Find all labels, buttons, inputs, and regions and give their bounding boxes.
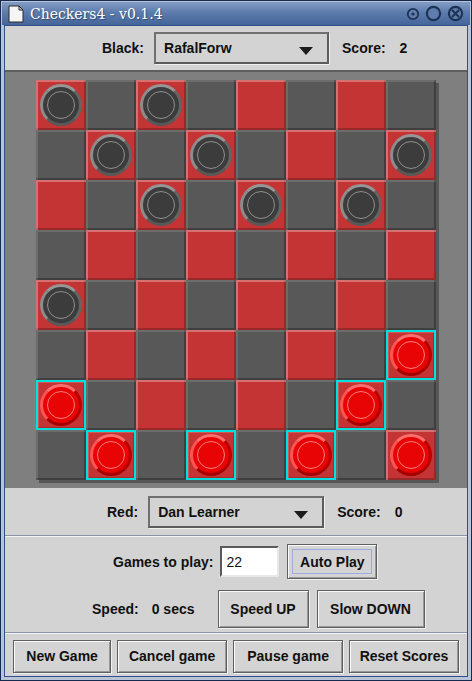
black-player-select[interactable]: RafalForw — [154, 32, 329, 64]
black-player-name: RafalForw — [164, 40, 232, 56]
pause-game-button[interactable]: Pause game — [233, 640, 343, 673]
speed-up-button[interactable]: Speed UP — [218, 590, 309, 628]
square-r0c1[interactable] — [86, 80, 136, 130]
square-r2c4[interactable] — [236, 180, 286, 230]
square-r6c1[interactable] — [86, 380, 136, 430]
square-r4c6[interactable] — [336, 280, 386, 330]
maximize-button[interactable] — [425, 5, 442, 22]
checker-red[interactable] — [390, 334, 432, 376]
square-r5c4[interactable] — [236, 330, 286, 380]
chevron-down-icon — [294, 511, 308, 519]
checker-red[interactable] — [40, 384, 82, 426]
checker-black[interactable] — [190, 134, 232, 176]
square-r5c3[interactable] — [186, 330, 236, 380]
square-r6c2[interactable] — [136, 380, 186, 430]
square-r3c4[interactable] — [236, 230, 286, 280]
square-r4c2[interactable] — [136, 280, 186, 330]
square-r3c3[interactable] — [186, 230, 236, 280]
square-r2c1[interactable] — [86, 180, 136, 230]
pause-game-label: Pause game — [247, 648, 329, 664]
square-r6c4[interactable] — [236, 380, 286, 430]
square-r2c5[interactable] — [286, 180, 336, 230]
square-r4c4[interactable] — [236, 280, 286, 330]
square-r3c0[interactable] — [36, 230, 86, 280]
square-r7c4[interactable] — [236, 430, 286, 480]
minimize-button[interactable] — [406, 7, 420, 21]
games-to-play-input[interactable] — [220, 546, 279, 577]
square-r0c7[interactable] — [386, 80, 436, 130]
square-r2c7[interactable] — [386, 180, 436, 230]
red-score-value: 0 — [395, 504, 403, 520]
square-r6c7[interactable] — [386, 380, 436, 430]
square-r5c7[interactable] — [386, 330, 436, 380]
checker-black[interactable] — [40, 84, 82, 126]
square-r6c3[interactable] — [186, 380, 236, 430]
checker-black[interactable] — [40, 284, 82, 326]
close-button[interactable] — [447, 5, 464, 22]
square-r3c2[interactable] — [136, 230, 186, 280]
square-r7c6[interactable] — [336, 430, 386, 480]
black-side-label: Black: — [102, 40, 144, 56]
black-score-value: 2 — [400, 40, 408, 56]
checker-black[interactable] — [240, 184, 282, 226]
new-game-label: New Game — [26, 648, 98, 664]
title-bar[interactable]: Checkers4 - v0.1.4 — [2, 2, 470, 25]
square-r3c6[interactable] — [336, 230, 386, 280]
checker-black[interactable] — [140, 184, 182, 226]
cancel-game-label: Cancel game — [129, 648, 215, 664]
square-r6c0[interactable] — [36, 380, 86, 430]
speed-value: 0 secs — [152, 601, 195, 617]
games-row: Games to play: Auto Play — [5, 544, 467, 579]
square-r1c7[interactable] — [386, 130, 436, 180]
checker-black[interactable] — [90, 134, 132, 176]
controls-panel: Games to play: Auto Play Speed: 0 secs S… — [5, 535, 467, 632]
square-r4c7[interactable] — [386, 280, 436, 330]
red-player-name: Dan Learner — [158, 504, 240, 520]
square-r0c4[interactable] — [236, 80, 286, 130]
app-document-icon — [8, 5, 24, 23]
reset-scores-label: Reset Scores — [360, 648, 449, 664]
square-r0c2[interactable] — [136, 80, 186, 130]
square-r2c0[interactable] — [36, 180, 86, 230]
window-title: Checkers4 - v0.1.4 — [30, 6, 406, 22]
square-r7c2[interactable] — [136, 430, 186, 480]
board — [36, 80, 436, 480]
slow-down-button[interactable]: Slow DOWN — [317, 590, 425, 628]
red-side-label: Red: — [107, 504, 138, 520]
new-game-button[interactable]: New Game — [13, 640, 111, 673]
square-r5c0[interactable] — [36, 330, 86, 380]
checker-red[interactable] — [190, 434, 232, 476]
black-score-label: Score: — [342, 40, 386, 56]
square-r4c1[interactable] — [86, 280, 136, 330]
checker-black[interactable] — [140, 84, 182, 126]
square-r4c5[interactable] — [286, 280, 336, 330]
auto-play-button[interactable]: Auto Play — [287, 544, 377, 579]
slow-down-label: Slow DOWN — [330, 601, 411, 617]
checker-black[interactable] — [340, 184, 382, 226]
app-window: Checkers4 - v0.1.4 Black: RafalForw Scor… — [0, 0, 472, 681]
auto-play-label: Auto Play — [300, 554, 365, 570]
cancel-game-button[interactable]: Cancel game — [117, 640, 227, 673]
square-r0c6[interactable] — [336, 80, 386, 130]
red-player-row: Red: Dan Learner Score: 0 — [5, 488, 467, 535]
square-r5c5[interactable] — [286, 330, 336, 380]
square-r1c1[interactable] — [86, 130, 136, 180]
square-r7c5[interactable] — [286, 430, 336, 480]
games-to-play-label: Games to play: — [113, 554, 213, 570]
square-r1c5[interactable] — [286, 130, 336, 180]
checker-red[interactable] — [290, 434, 332, 476]
square-r7c3[interactable] — [186, 430, 236, 480]
square-r3c7[interactable] — [386, 230, 436, 280]
square-r1c3[interactable] — [186, 130, 236, 180]
red-score-label: Score: — [337, 504, 381, 520]
square-r3c5[interactable] — [286, 230, 336, 280]
speed-row: Speed: 0 secs Speed UP Slow DOWN — [5, 590, 467, 628]
square-r7c0[interactable] — [36, 430, 86, 480]
square-r1c2[interactable] — [136, 130, 186, 180]
square-r5c6[interactable] — [336, 330, 386, 380]
square-r3c1[interactable] — [86, 230, 136, 280]
checker-red[interactable] — [390, 434, 432, 476]
square-r6c5[interactable] — [286, 380, 336, 430]
square-r2c3[interactable] — [186, 180, 236, 230]
red-player-select[interactable]: Dan Learner — [148, 496, 324, 528]
actions-panel: New Game Cancel game Pause game Reset Sc… — [5, 632, 467, 679]
checker-red[interactable] — [340, 384, 382, 426]
square-r2c6[interactable] — [336, 180, 386, 230]
square-r5c1[interactable] — [86, 330, 136, 380]
square-r1c0[interactable] — [36, 130, 86, 180]
square-r4c0[interactable] — [36, 280, 86, 330]
square-r1c4[interactable] — [236, 130, 286, 180]
speed-up-label: Speed UP — [230, 601, 295, 617]
square-r1c6[interactable] — [336, 130, 386, 180]
checker-red[interactable] — [90, 434, 132, 476]
checker-black[interactable] — [390, 134, 432, 176]
black-player-row: Black: RafalForw Score: 2 — [5, 26, 467, 70]
square-r4c3[interactable] — [186, 280, 236, 330]
square-r0c5[interactable] — [286, 80, 336, 130]
square-r2c2[interactable] — [136, 180, 186, 230]
square-r7c7[interactable] — [386, 430, 436, 480]
square-r0c0[interactable] — [36, 80, 86, 130]
board-panel — [5, 70, 467, 488]
square-r5c2[interactable] — [136, 330, 186, 380]
reset-scores-button[interactable]: Reset Scores — [349, 640, 459, 673]
square-r7c1[interactable] — [86, 430, 136, 480]
window-content: Black: RafalForw Score: 2 Red: Dan Learn… — [4, 25, 468, 677]
square-r0c3[interactable] — [186, 80, 236, 130]
square-r6c6[interactable] — [336, 380, 386, 430]
chevron-down-icon — [299, 47, 313, 55]
speed-label: Speed: — [92, 601, 139, 617]
